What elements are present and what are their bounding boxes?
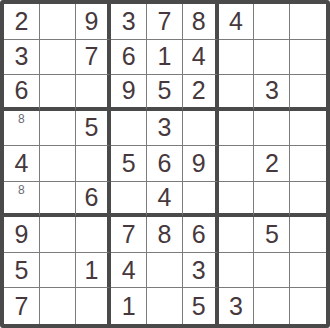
cell-r3c5[interactable]: 5 <box>147 75 183 111</box>
cell-r1c9[interactable] <box>290 4 326 40</box>
cell-r3c7[interactable] <box>219 75 255 111</box>
cell-r8c5[interactable] <box>147 253 183 289</box>
cell-r9c2[interactable] <box>40 288 76 324</box>
pencil-note-r4c1: 8 <box>4 113 39 125</box>
cell-r7c8[interactable]: 5 <box>254 217 290 253</box>
cell-r5c3[interactable] <box>76 146 112 182</box>
cell-r6c1[interactable]: 8 <box>4 182 40 218</box>
cell-r3c3[interactable] <box>76 75 112 111</box>
cell-r9c9[interactable] <box>290 288 326 324</box>
cell-r6c9[interactable] <box>290 182 326 218</box>
cell-r6c6[interactable] <box>183 182 219 218</box>
cell-r2c8[interactable] <box>254 40 290 76</box>
cell-r7c3[interactable] <box>76 217 112 253</box>
cell-r3c1[interactable]: 6 <box>4 75 40 111</box>
cell-r6c8[interactable] <box>254 182 290 218</box>
cell-r4c2[interactable] <box>40 111 76 147</box>
cell-r2c7[interactable] <box>219 40 255 76</box>
cell-r7c5[interactable]: 8 <box>147 217 183 253</box>
cell-r1c5[interactable]: 7 <box>147 4 183 40</box>
cell-r3c9[interactable] <box>290 75 326 111</box>
cell-r6c3[interactable]: 6 <box>76 182 112 218</box>
cell-r8c9[interactable] <box>290 253 326 289</box>
cell-r5c4[interactable]: 5 <box>111 146 147 182</box>
cell-r4c9[interactable] <box>290 111 326 147</box>
cell-r9c5[interactable] <box>147 288 183 324</box>
cell-r8c4[interactable]: 4 <box>111 253 147 289</box>
cell-r5c7[interactable] <box>219 146 255 182</box>
sudoku-grid: 2937843761469523853456928649786551437153 <box>4 4 326 324</box>
cell-r2c4[interactable]: 6 <box>111 40 147 76</box>
cell-r4c6[interactable] <box>183 111 219 147</box>
cell-r9c7[interactable]: 3 <box>219 288 255 324</box>
cell-r2c2[interactable] <box>40 40 76 76</box>
cell-r8c3[interactable]: 1 <box>76 253 112 289</box>
cell-r3c6[interactable]: 2 <box>183 75 219 111</box>
cell-r1c2[interactable] <box>40 4 76 40</box>
cell-r7c9[interactable] <box>290 217 326 253</box>
cell-r9c4[interactable]: 1 <box>111 288 147 324</box>
cell-r9c3[interactable] <box>76 288 112 324</box>
cell-r5c9[interactable] <box>290 146 326 182</box>
cell-r6c5[interactable]: 4 <box>147 182 183 218</box>
cell-r4c5[interactable]: 3 <box>147 111 183 147</box>
cell-r4c3[interactable]: 5 <box>76 111 112 147</box>
cell-r1c3[interactable]: 9 <box>76 4 112 40</box>
cell-r2c3[interactable]: 7 <box>76 40 112 76</box>
cell-r8c7[interactable] <box>219 253 255 289</box>
cell-r3c2[interactable] <box>40 75 76 111</box>
cell-r8c1[interactable]: 5 <box>4 253 40 289</box>
cell-r7c2[interactable] <box>40 217 76 253</box>
cell-r4c8[interactable] <box>254 111 290 147</box>
cell-r1c8[interactable] <box>254 4 290 40</box>
cell-r9c1[interactable]: 7 <box>4 288 40 324</box>
cell-r3c8[interactable]: 3 <box>254 75 290 111</box>
cell-r2c6[interactable]: 4 <box>183 40 219 76</box>
cell-r8c6[interactable]: 3 <box>183 253 219 289</box>
cell-r5c1[interactable]: 4 <box>4 146 40 182</box>
cell-r2c1[interactable]: 3 <box>4 40 40 76</box>
cell-r6c4[interactable] <box>111 182 147 218</box>
sudoku-board: 2937843761469523853456928649786551437153 <box>0 0 330 328</box>
cell-r2c5[interactable]: 1 <box>147 40 183 76</box>
cell-r5c6[interactable]: 9 <box>183 146 219 182</box>
cell-r5c5[interactable]: 6 <box>147 146 183 182</box>
cell-r6c2[interactable] <box>40 182 76 218</box>
cell-r1c7[interactable]: 4 <box>219 4 255 40</box>
cell-r7c4[interactable]: 7 <box>111 217 147 253</box>
cell-r6c7[interactable] <box>219 182 255 218</box>
cell-r5c8[interactable]: 2 <box>254 146 290 182</box>
cell-r9c6[interactable]: 5 <box>183 288 219 324</box>
cell-r1c4[interactable]: 3 <box>111 4 147 40</box>
cell-r8c8[interactable] <box>254 253 290 289</box>
cell-r4c7[interactable] <box>219 111 255 147</box>
cell-r4c4[interactable] <box>111 111 147 147</box>
cell-r1c1[interactable]: 2 <box>4 4 40 40</box>
cell-r7c6[interactable]: 6 <box>183 217 219 253</box>
pencil-note-r6c1: 8 <box>4 184 39 196</box>
cell-r4c1[interactable]: 8 <box>4 111 40 147</box>
cell-r3c4[interactable]: 9 <box>111 75 147 111</box>
cell-r8c2[interactable] <box>40 253 76 289</box>
cell-r2c9[interactable] <box>290 40 326 76</box>
cell-r7c1[interactable]: 9 <box>4 217 40 253</box>
cell-r9c8[interactable] <box>254 288 290 324</box>
cell-r5c2[interactable] <box>40 146 76 182</box>
cell-r1c6[interactable]: 8 <box>183 4 219 40</box>
cell-r7c7[interactable] <box>219 217 255 253</box>
